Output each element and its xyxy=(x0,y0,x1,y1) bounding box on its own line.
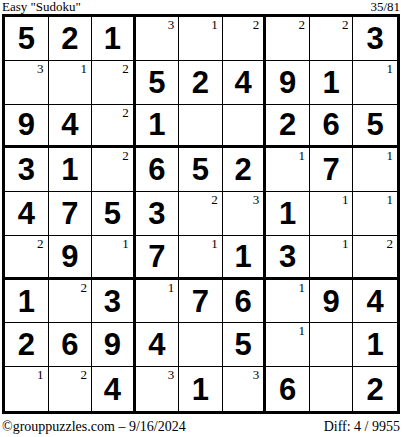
cell-r8c9[interactable]: 1 xyxy=(353,323,397,367)
cell-r5c7[interactable]: 1 xyxy=(266,192,310,236)
pencil-mark: 1 xyxy=(387,192,394,207)
cell-r2c2[interactable]: 1 xyxy=(49,61,93,105)
cell-value: 1 xyxy=(61,154,78,185)
cell-value: 1 xyxy=(192,374,209,405)
cell-r6c8[interactable]: 1 xyxy=(310,236,354,280)
cell-value: 7 xyxy=(323,154,340,185)
cell-r9c1[interactable]: 1 xyxy=(5,367,49,411)
cell-value: 9 xyxy=(279,67,296,98)
cell-value: 4 xyxy=(104,374,121,405)
cell-r3c6[interactable] xyxy=(223,105,267,149)
cell-r7c9[interactable]: 4 xyxy=(353,280,397,324)
cell-value: 9 xyxy=(323,286,340,317)
cell-r5c8[interactable]: 1 xyxy=(310,192,354,236)
cell-value: 6 xyxy=(279,374,296,405)
cell-r1c1[interactable]: 5 xyxy=(5,17,49,61)
difficulty-text: Diff: 4 / 9955 xyxy=(324,419,400,435)
cell-r7c2[interactable]: 2 xyxy=(49,280,93,324)
cell-value: 4 xyxy=(234,67,251,98)
cell-value: 6 xyxy=(61,329,78,360)
cell-r9c7[interactable]: 6 xyxy=(266,367,310,411)
cell-r1c3[interactable]: 1 xyxy=(92,17,136,61)
puzzle-title: Easy "Sudoku" xyxy=(2,0,81,14)
pencil-mark: 1 xyxy=(211,236,218,251)
pencil-mark: 2 xyxy=(253,17,260,32)
cell-r8c7[interactable]: 1 xyxy=(266,323,310,367)
cell-r6c9[interactable]: 2 xyxy=(353,236,397,280)
cell-r2c7[interactable]: 9 xyxy=(266,61,310,105)
cell-value: 7 xyxy=(61,198,78,229)
cell-r1c2[interactable]: 2 xyxy=(49,17,93,61)
cell-r9c4[interactable]: 3 xyxy=(136,367,180,411)
footer: ©grouppuzzles.com – 9/16/2024 Diff: 4 / … xyxy=(0,419,402,435)
cell-r2c4[interactable]: 5 xyxy=(136,61,180,105)
cell-r7c7[interactable]: 1 xyxy=(266,280,310,324)
cell-value: 2 xyxy=(61,23,78,54)
cell-r4c2[interactable]: 1 xyxy=(49,148,93,192)
cell-r8c4[interactable]: 4 xyxy=(136,323,180,367)
cell-value: 1 xyxy=(367,329,384,360)
cell-r6c7[interactable]: 3 xyxy=(266,236,310,280)
cell-r9c5[interactable]: 1 xyxy=(179,367,223,411)
cell-r4c6[interactable]: 2 xyxy=(223,148,267,192)
sudoku-grid: 5213122233125249119421265312652171475323… xyxy=(2,14,400,414)
cell-value: 9 xyxy=(61,241,78,272)
pencil-mark: 2 xyxy=(342,17,349,32)
pencil-mark: 1 xyxy=(387,148,394,163)
cell-value: 7 xyxy=(148,241,165,272)
cell-r1c8[interactable]: 2 xyxy=(310,17,354,61)
cell-r3c5[interactable] xyxy=(179,105,223,149)
pencil-mark: 1 xyxy=(81,61,88,76)
cell-r4c3[interactable]: 2 xyxy=(92,148,136,192)
pencil-mark: 1 xyxy=(298,323,305,338)
cell-r3c8[interactable]: 6 xyxy=(310,105,354,149)
cell-r9c6[interactable]: 3 xyxy=(223,367,267,411)
pencil-mark: 2 xyxy=(81,280,88,295)
cell-value: 1 xyxy=(323,67,340,98)
cell-r3c3[interactable]: 2 xyxy=(92,105,136,149)
pencil-mark: 1 xyxy=(342,236,349,251)
cell-value: 2 xyxy=(18,329,35,360)
cell-r4c1[interactable]: 3 xyxy=(5,148,49,192)
cell-r2c8[interactable]: 1 xyxy=(310,61,354,105)
cell-r5c2[interactable]: 7 xyxy=(49,192,93,236)
cell-r5c5[interactable]: 2 xyxy=(179,192,223,236)
cell-value: 4 xyxy=(148,329,165,360)
pencil-mark: 1 xyxy=(168,280,175,295)
pencil-mark: 1 xyxy=(211,17,218,32)
cell-r3c2[interactable]: 4 xyxy=(49,105,93,149)
cell-r1c9[interactable]: 3 xyxy=(353,17,397,61)
cell-r5c1[interactable]: 4 xyxy=(5,192,49,236)
cell-r7c3[interactable]: 3 xyxy=(92,280,136,324)
cell-r6c5[interactable]: 1 xyxy=(179,236,223,280)
pencil-mark: 3 xyxy=(37,61,44,76)
pencil-mark: 3 xyxy=(168,17,175,32)
cell-r7c4[interactable]: 1 xyxy=(136,280,180,324)
cell-r5c6[interactable]: 3 xyxy=(223,192,267,236)
pencil-mark: 2 xyxy=(81,367,88,382)
cell-value: 7 xyxy=(192,286,209,317)
cell-r8c1[interactable]: 2 xyxy=(5,323,49,367)
cell-r5c9[interactable]: 1 xyxy=(353,192,397,236)
pencil-mark: 1 xyxy=(122,236,129,251)
cell-value: 3 xyxy=(104,286,121,317)
copyright-text: ©grouppuzzles.com – 9/16/2024 xyxy=(2,419,186,435)
cell-r1c4[interactable]: 3 xyxy=(136,17,180,61)
cell-value: 6 xyxy=(323,109,340,140)
cell-value: 3 xyxy=(18,154,35,185)
pencil-mark: 1 xyxy=(387,61,394,76)
cell-value: 5 xyxy=(148,67,165,98)
cell-r8c8[interactable] xyxy=(310,323,354,367)
pencil-mark: 2 xyxy=(122,61,129,76)
pencil-mark: 2 xyxy=(122,148,129,163)
cell-value: 1 xyxy=(234,241,251,272)
cell-r3c9[interactable]: 5 xyxy=(353,105,397,149)
cell-r3c1[interactable]: 9 xyxy=(5,105,49,149)
cell-r7c5[interactable]: 7 xyxy=(179,280,223,324)
cell-r3c7[interactable]: 2 xyxy=(266,105,310,149)
cell-value: 9 xyxy=(104,329,121,360)
cell-r2c5[interactable]: 2 xyxy=(179,61,223,105)
cell-value: 2 xyxy=(367,374,384,405)
cell-value: 2 xyxy=(192,67,209,98)
cell-r7c6[interactable]: 6 xyxy=(223,280,267,324)
cell-r5c3[interactable]: 5 xyxy=(92,192,136,236)
pencil-mark: 1 xyxy=(37,367,44,382)
cell-r2c6[interactable]: 4 xyxy=(223,61,267,105)
cell-r8c6[interactable]: 5 xyxy=(223,323,267,367)
cell-r7c1[interactable]: 1 xyxy=(5,280,49,324)
pencil-mark: 2 xyxy=(298,17,305,32)
cell-r9c2[interactable]: 2 xyxy=(49,367,93,411)
cell-r7c8[interactable]: 9 xyxy=(310,280,354,324)
cell-r4c5[interactable]: 5 xyxy=(179,148,223,192)
cell-r9c9[interactable]: 2 xyxy=(353,367,397,411)
cell-value: 1 xyxy=(279,198,296,229)
cell-r2c3[interactable]: 2 xyxy=(92,61,136,105)
cell-value: 4 xyxy=(367,286,384,317)
cell-value: 5 xyxy=(367,109,384,140)
pencil-mark: 3 xyxy=(253,192,260,207)
cell-r6c4[interactable]: 7 xyxy=(136,236,180,280)
cell-r8c2[interactable]: 6 xyxy=(49,323,93,367)
cell-r1c7[interactable]: 2 xyxy=(266,17,310,61)
cell-value: 3 xyxy=(367,23,384,54)
pencil-mark: 2 xyxy=(37,236,44,251)
pencil-mark: 3 xyxy=(168,367,175,382)
cell-r6c3[interactable]: 1 xyxy=(92,236,136,280)
cell-value: 5 xyxy=(234,329,251,360)
cell-value: 4 xyxy=(18,198,35,229)
cell-value: 2 xyxy=(234,154,251,185)
cell-r4c9[interactable]: 1 xyxy=(353,148,397,192)
cell-value: 4 xyxy=(61,109,78,140)
cell-value: 9 xyxy=(18,109,35,140)
cell-value: 6 xyxy=(148,154,165,185)
cell-value: 1 xyxy=(18,286,35,317)
cell-r9c8[interactable] xyxy=(310,367,354,411)
cell-value: 2 xyxy=(279,109,296,140)
cell-r1c6[interactable]: 2 xyxy=(223,17,267,61)
cell-value: 5 xyxy=(192,154,209,185)
pencil-mark: 2 xyxy=(122,105,129,120)
cell-r6c2[interactable]: 9 xyxy=(49,236,93,280)
cell-r8c3[interactable]: 9 xyxy=(92,323,136,367)
cell-value: 6 xyxy=(234,286,251,317)
cell-r6c6[interactable]: 1 xyxy=(223,236,267,280)
pencil-mark: 2 xyxy=(211,192,218,207)
cell-r3c4[interactable]: 1 xyxy=(136,105,180,149)
pencil-mark: 3 xyxy=(253,367,260,382)
cell-value: 1 xyxy=(148,109,165,140)
cell-value: 1 xyxy=(104,23,121,54)
cell-value: 3 xyxy=(148,198,165,229)
cell-r2c9[interactable]: 1 xyxy=(353,61,397,105)
pencil-mark: 2 xyxy=(387,236,394,251)
cell-r2c1[interactable]: 3 xyxy=(5,61,49,105)
cell-r4c4[interactable]: 6 xyxy=(136,148,180,192)
cell-r9c3[interactable]: 4 xyxy=(92,367,136,411)
cell-value: 5 xyxy=(18,23,35,54)
cell-r4c7[interactable]: 1 xyxy=(266,148,310,192)
progress-counter: 35/81 xyxy=(370,0,400,14)
pencil-mark: 1 xyxy=(342,192,349,207)
cell-value: 5 xyxy=(104,198,121,229)
pencil-mark: 1 xyxy=(298,280,305,295)
header: Easy "Sudoku" 35/81 xyxy=(0,0,402,14)
cell-r8c5[interactable] xyxy=(179,323,223,367)
cell-r5c4[interactable]: 3 xyxy=(136,192,180,236)
cell-r6c1[interactable]: 2 xyxy=(5,236,49,280)
cell-value: 3 xyxy=(279,241,296,272)
cell-r4c8[interactable]: 7 xyxy=(310,148,354,192)
pencil-mark: 1 xyxy=(298,148,305,163)
cell-r1c5[interactable]: 1 xyxy=(179,17,223,61)
sudoku-page: Easy "Sudoku" 35/81 52131222331252491194… xyxy=(0,0,402,437)
